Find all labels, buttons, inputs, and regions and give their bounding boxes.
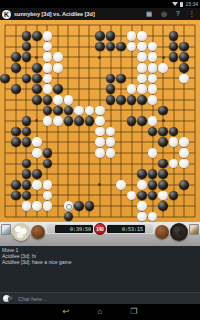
board-cell[interactable] <box>158 31 169 42</box>
board-cell[interactable] <box>42 158 53 169</box>
board-cell[interactable] <box>74 52 85 63</box>
board-cell[interactable] <box>21 52 32 63</box>
board-cell[interactable] <box>168 137 179 148</box>
board-cell[interactable] <box>53 20 64 31</box>
board-cell[interactable] <box>147 31 158 42</box>
board-cell[interactable] <box>42 137 53 148</box>
board-cell[interactable] <box>53 126 64 137</box>
board-cell[interactable] <box>179 52 190 63</box>
board-cell[interactable] <box>84 158 95 169</box>
board-cell[interactable] <box>105 201 116 212</box>
board-cell[interactable] <box>137 84 148 95</box>
board-cell[interactable] <box>84 20 95 31</box>
board-cell[interactable] <box>42 31 53 42</box>
board-cell[interactable] <box>189 63 200 74</box>
board-cell[interactable] <box>11 105 22 116</box>
board-cell[interactable] <box>126 41 137 52</box>
board-cell[interactable] <box>11 20 22 31</box>
board-cell[interactable] <box>21 73 32 84</box>
board-cell[interactable] <box>137 158 148 169</box>
board-cell[interactable] <box>95 126 106 137</box>
board-cell[interactable] <box>179 179 190 190</box>
board-cell[interactable] <box>189 148 200 159</box>
board-cell[interactable] <box>158 148 169 159</box>
board-cell[interactable] <box>189 105 200 116</box>
board-cell[interactable] <box>53 41 64 52</box>
board-cell[interactable] <box>189 190 200 201</box>
board-cell[interactable] <box>116 73 127 84</box>
board-cell[interactable] <box>42 126 53 137</box>
board-cell[interactable] <box>126 179 137 190</box>
board-cell[interactable] <box>32 137 43 148</box>
go-board[interactable] <box>0 20 200 222</box>
board-cell[interactable] <box>63 105 74 116</box>
board-cell[interactable] <box>74 137 85 148</box>
board-cell[interactable] <box>116 190 127 201</box>
board-cell[interactable] <box>116 41 127 52</box>
board-cell[interactable] <box>84 73 95 84</box>
board-cell[interactable] <box>21 158 32 169</box>
board-cell[interactable] <box>116 52 127 63</box>
board-cell[interactable] <box>126 190 137 201</box>
board-cell[interactable] <box>105 31 116 42</box>
board-cell[interactable] <box>168 105 179 116</box>
board-cell[interactable] <box>11 126 22 137</box>
board-cell[interactable] <box>74 20 85 31</box>
board-cell[interactable] <box>32 94 43 105</box>
board-cell[interactable] <box>116 169 127 180</box>
board-cell[interactable] <box>158 126 169 137</box>
board-cell[interactable] <box>158 41 169 52</box>
board-cell[interactable] <box>105 116 116 127</box>
board-cell[interactable] <box>158 158 169 169</box>
board-cell[interactable] <box>84 190 95 201</box>
board-cell[interactable] <box>95 63 106 74</box>
board-cell[interactable] <box>63 158 74 169</box>
board-cell[interactable] <box>63 20 74 31</box>
board-cell[interactable] <box>179 190 190 201</box>
board-cell[interactable] <box>116 105 127 116</box>
chat-input[interactable] <box>18 296 197 302</box>
board-cell[interactable] <box>126 73 137 84</box>
board-cell[interactable] <box>189 169 200 180</box>
board-cell[interactable] <box>95 137 106 148</box>
board-cell[interactable] <box>168 31 179 42</box>
board-cell[interactable] <box>0 116 11 127</box>
board-cell[interactable] <box>137 52 148 63</box>
board-cell[interactable] <box>95 20 106 31</box>
board-cell[interactable] <box>21 169 32 180</box>
board-cell[interactable] <box>147 94 158 105</box>
board-cell[interactable] <box>74 126 85 137</box>
board-cell[interactable] <box>11 179 22 190</box>
board-cell[interactable] <box>21 20 32 31</box>
board-cell[interactable] <box>158 63 169 74</box>
board-cell[interactable] <box>53 211 64 222</box>
board-cell[interactable] <box>95 73 106 84</box>
board-cell[interactable] <box>53 63 64 74</box>
board-cell[interactable] <box>158 169 169 180</box>
board-cell[interactable] <box>147 73 158 84</box>
board-cell[interactable] <box>21 211 32 222</box>
board-cell[interactable] <box>21 126 32 137</box>
board-cell[interactable] <box>168 94 179 105</box>
board-cell[interactable] <box>147 211 158 222</box>
board-cell[interactable] <box>63 126 74 137</box>
board-cell[interactable] <box>189 179 200 190</box>
board-cell[interactable] <box>179 20 190 31</box>
board-cell[interactable] <box>95 116 106 127</box>
board-cell[interactable] <box>84 137 95 148</box>
board-cell[interactable] <box>74 31 85 42</box>
board-cell[interactable] <box>137 73 148 84</box>
board-cell[interactable] <box>63 84 74 95</box>
board-cell[interactable] <box>63 137 74 148</box>
board-cell[interactable] <box>53 190 64 201</box>
board-cell[interactable] <box>53 158 64 169</box>
board-cell[interactable] <box>53 116 64 127</box>
board-cell[interactable] <box>42 20 53 31</box>
board-cell[interactable] <box>0 20 11 31</box>
board-cell[interactable] <box>32 73 43 84</box>
board-cell[interactable] <box>147 148 158 159</box>
left-player-avatar[interactable] <box>1 224 11 235</box>
board-cell[interactable] <box>32 116 43 127</box>
board-cell[interactable] <box>126 148 137 159</box>
board-cell[interactable] <box>11 169 22 180</box>
board-cell[interactable] <box>95 158 106 169</box>
board-cell[interactable] <box>53 105 64 116</box>
board-cell[interactable] <box>53 179 64 190</box>
board-cell[interactable] <box>105 94 116 105</box>
board-cell[interactable] <box>116 94 127 105</box>
board-cell[interactable] <box>116 158 127 169</box>
board-cell[interactable] <box>63 169 74 180</box>
board-cell[interactable] <box>147 179 158 190</box>
board-cell[interactable] <box>158 116 169 127</box>
board-cell[interactable] <box>74 148 85 159</box>
board-cell[interactable] <box>105 126 116 137</box>
board-cell[interactable] <box>21 84 32 95</box>
board-cell[interactable] <box>179 31 190 42</box>
board-cell[interactable] <box>95 41 106 52</box>
board-cell[interactable] <box>84 94 95 105</box>
board-cell[interactable] <box>189 94 200 105</box>
board-cell[interactable] <box>63 211 74 222</box>
board-cell[interactable] <box>126 31 137 42</box>
board-cell[interactable] <box>95 105 106 116</box>
board-cell[interactable] <box>63 148 74 159</box>
board-cell[interactable] <box>147 169 158 180</box>
board-cell[interactable] <box>53 73 64 84</box>
board-cell[interactable] <box>0 31 11 42</box>
board-cell[interactable] <box>11 41 22 52</box>
board-cell[interactable] <box>32 41 43 52</box>
board-cell[interactable] <box>74 41 85 52</box>
board-cell[interactable] <box>179 169 190 180</box>
board-cell[interactable] <box>21 63 32 74</box>
board-cell[interactable] <box>74 63 85 74</box>
board-cell[interactable] <box>105 137 116 148</box>
board-cell[interactable] <box>21 179 32 190</box>
board-cell[interactable] <box>53 52 64 63</box>
board-cell[interactable] <box>158 94 169 105</box>
board-cell[interactable] <box>11 148 22 159</box>
board-cell[interactable] <box>74 158 85 169</box>
board-cell[interactable] <box>74 190 85 201</box>
board-cell[interactable] <box>179 116 190 127</box>
board-cell[interactable] <box>168 190 179 201</box>
board-cell[interactable] <box>147 137 158 148</box>
board-cell[interactable] <box>116 201 127 212</box>
board-cell[interactable] <box>179 201 190 212</box>
board-cell[interactable] <box>32 63 43 74</box>
board-cell[interactable] <box>168 84 179 95</box>
board-cell[interactable] <box>158 190 169 201</box>
board-cell[interactable] <box>0 84 11 95</box>
board-cell[interactable] <box>32 190 43 201</box>
board-cell[interactable] <box>32 158 43 169</box>
board-cell[interactable] <box>0 94 11 105</box>
board-cell[interactable] <box>179 137 190 148</box>
board-cell[interactable] <box>116 20 127 31</box>
board-cell[interactable] <box>116 84 127 95</box>
board-cell[interactable] <box>53 84 64 95</box>
board-cell[interactable] <box>168 52 179 63</box>
board-cell[interactable] <box>179 148 190 159</box>
board-cell[interactable] <box>147 116 158 127</box>
board-cell[interactable] <box>95 31 106 42</box>
board-cell[interactable] <box>32 20 43 31</box>
board-cell[interactable] <box>189 73 200 84</box>
board-cell[interactable] <box>105 169 116 180</box>
board-cell[interactable] <box>168 158 179 169</box>
board-cell[interactable] <box>147 63 158 74</box>
board-cell[interactable] <box>0 148 11 159</box>
board-cell[interactable] <box>0 201 11 212</box>
board-cell[interactable] <box>84 116 95 127</box>
board-cell[interactable] <box>137 169 148 180</box>
board-cell[interactable] <box>147 105 158 116</box>
board-cell[interactable] <box>63 94 74 105</box>
board-cell[interactable] <box>105 63 116 74</box>
board-cell[interactable] <box>84 41 95 52</box>
board-cell[interactable] <box>105 52 116 63</box>
board-cell[interactable] <box>126 126 137 137</box>
board-cell[interactable] <box>116 148 127 159</box>
board-cell[interactable] <box>179 84 190 95</box>
board-cell[interactable] <box>21 105 32 116</box>
board-cell[interactable] <box>116 126 127 137</box>
board-cell[interactable] <box>32 201 43 212</box>
board-cell[interactable] <box>189 41 200 52</box>
board-cell[interactable] <box>137 137 148 148</box>
board-cell[interactable] <box>137 94 148 105</box>
board-cell[interactable] <box>158 137 169 148</box>
board-cell[interactable] <box>74 211 85 222</box>
board-cell[interactable] <box>158 20 169 31</box>
board-cell[interactable] <box>179 41 190 52</box>
board-cell[interactable] <box>42 63 53 74</box>
board-cell[interactable] <box>42 73 53 84</box>
board-cell[interactable] <box>21 31 32 42</box>
board-cell[interactable] <box>105 190 116 201</box>
board-cell[interactable] <box>189 52 200 63</box>
board-cell[interactable] <box>168 63 179 74</box>
board-cell[interactable] <box>137 190 148 201</box>
board-cell[interactable] <box>168 201 179 212</box>
board-cell[interactable] <box>42 52 53 63</box>
board-cell[interactable] <box>158 201 169 212</box>
board-cell[interactable] <box>53 137 64 148</box>
board-cell[interactable] <box>74 116 85 127</box>
board-cell[interactable] <box>63 41 74 52</box>
chat-log[interactable]: Move 1Acidilee [3d]: hiAcidilee [3d]: ha… <box>0 246 200 292</box>
board-cell[interactable] <box>147 190 158 201</box>
board-cell[interactable] <box>137 148 148 159</box>
board-cell[interactable] <box>137 179 148 190</box>
board-cell[interactable] <box>0 158 11 169</box>
board-cell[interactable] <box>168 126 179 137</box>
recents-icon[interactable]: ❐ <box>130 308 137 316</box>
board-cell[interactable] <box>84 169 95 180</box>
board-cell[interactable] <box>126 84 137 95</box>
home-icon[interactable]: ⌂ <box>97 308 102 316</box>
board-cell[interactable] <box>126 105 137 116</box>
board-cell[interactable] <box>189 116 200 127</box>
board-cell[interactable] <box>63 31 74 42</box>
board-cell[interactable] <box>11 94 22 105</box>
board-cell[interactable] <box>137 20 148 31</box>
board-cell[interactable] <box>0 63 11 74</box>
board-cell[interactable] <box>189 158 200 169</box>
board-cell[interactable] <box>147 201 158 212</box>
board-cell[interactable] <box>168 73 179 84</box>
board-cell[interactable] <box>147 158 158 169</box>
board-cell[interactable] <box>11 52 22 63</box>
board-cell[interactable] <box>0 73 11 84</box>
board-cell[interactable] <box>74 84 85 95</box>
board-cell[interactable] <box>0 105 11 116</box>
board-cell[interactable] <box>63 190 74 201</box>
board-cell[interactable] <box>116 179 127 190</box>
board-cell[interactable] <box>74 105 85 116</box>
board-cell[interactable] <box>74 201 85 212</box>
board-cell[interactable] <box>95 211 106 222</box>
board-cell[interactable] <box>0 179 11 190</box>
board-cell[interactable] <box>21 137 32 148</box>
board-cell[interactable] <box>126 63 137 74</box>
board-cell[interactable] <box>11 31 22 42</box>
board-cell[interactable] <box>116 63 127 74</box>
board-cell[interactable] <box>42 201 53 212</box>
board-cell[interactable] <box>32 52 43 63</box>
board-cell[interactable] <box>95 94 106 105</box>
board-cell[interactable] <box>11 211 22 222</box>
board-cell[interactable] <box>32 126 43 137</box>
board-cell[interactable] <box>137 63 148 74</box>
board-cell[interactable] <box>116 31 127 42</box>
board-cell[interactable] <box>84 148 95 159</box>
board-cell[interactable] <box>116 137 127 148</box>
board-cell[interactable] <box>179 63 190 74</box>
board-cell[interactable] <box>179 211 190 222</box>
board-cell[interactable] <box>84 105 95 116</box>
board-cell[interactable] <box>32 148 43 159</box>
board-cell[interactable] <box>147 84 158 95</box>
board-cell[interactable] <box>53 31 64 42</box>
board-cell[interactable] <box>42 84 53 95</box>
board-cell[interactable] <box>168 211 179 222</box>
board-cell[interactable] <box>147 20 158 31</box>
board-cell[interactable] <box>11 137 22 148</box>
board-cell[interactable] <box>95 52 106 63</box>
board-cell[interactable] <box>105 105 116 116</box>
board-cell[interactable] <box>126 201 137 212</box>
board-cell[interactable] <box>11 116 22 127</box>
board-cell[interactable] <box>11 73 22 84</box>
board-cell[interactable] <box>74 179 85 190</box>
board-cell[interactable] <box>189 31 200 42</box>
board-cell[interactable] <box>179 94 190 105</box>
board-cell[interactable] <box>0 52 11 63</box>
board-cell[interactable] <box>158 84 169 95</box>
board-cell[interactable] <box>168 41 179 52</box>
board-cell[interactable] <box>189 126 200 137</box>
board-cell[interactable] <box>137 41 148 52</box>
board-cell[interactable] <box>63 73 74 84</box>
board-cell[interactable] <box>126 169 137 180</box>
board-cell[interactable] <box>42 94 53 105</box>
board-cell[interactable] <box>179 158 190 169</box>
board-cell[interactable] <box>168 169 179 180</box>
board-cell[interactable] <box>158 105 169 116</box>
board-cell[interactable] <box>105 211 116 222</box>
board-cell[interactable] <box>63 52 74 63</box>
board-cell[interactable] <box>189 20 200 31</box>
board-cell[interactable] <box>0 211 11 222</box>
board-cell[interactable] <box>168 20 179 31</box>
board-cell[interactable] <box>84 211 95 222</box>
right-player-avatar[interactable] <box>189 224 199 235</box>
board-cell[interactable] <box>105 41 116 52</box>
board-cell[interactable] <box>189 137 200 148</box>
board-cell[interactable] <box>126 158 137 169</box>
board-cell[interactable] <box>116 116 127 127</box>
board-cell[interactable] <box>42 179 53 190</box>
board-cell[interactable] <box>32 105 43 116</box>
board-cell[interactable] <box>21 116 32 127</box>
board-cell[interactable] <box>53 169 64 180</box>
board-cell[interactable] <box>179 73 190 84</box>
board-cell[interactable] <box>42 41 53 52</box>
app-logo-icon[interactable]: K <box>2 10 11 19</box>
board-cell[interactable] <box>158 211 169 222</box>
board-cell[interactable] <box>53 201 64 212</box>
board-cell[interactable] <box>95 179 106 190</box>
board-cell[interactable] <box>179 126 190 137</box>
back-icon[interactable]: ↩ <box>63 308 70 316</box>
board-cell[interactable] <box>189 211 200 222</box>
board-cell[interactable] <box>32 31 43 42</box>
board-cell[interactable] <box>42 211 53 222</box>
board-cell[interactable] <box>11 63 22 74</box>
board-cell[interactable] <box>21 201 32 212</box>
board-cell[interactable] <box>84 126 95 137</box>
board-cell[interactable] <box>95 148 106 159</box>
board-cell[interactable] <box>63 201 74 212</box>
board-cell[interactable] <box>158 52 169 63</box>
